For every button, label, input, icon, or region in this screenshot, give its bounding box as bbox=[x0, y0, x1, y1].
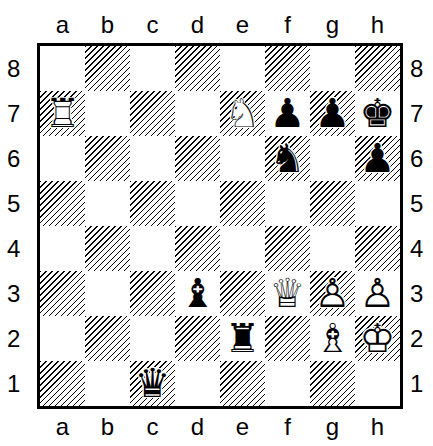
white-king-h2[interactable]: ♚♔ bbox=[355, 316, 400, 361]
square-e8[interactable] bbox=[220, 46, 265, 91]
piece-glyph: ♗ bbox=[310, 316, 355, 361]
piece-glyph: ♘ bbox=[220, 91, 265, 136]
square-g1[interactable] bbox=[310, 361, 355, 406]
white-knight-e7[interactable]: ♞♘ bbox=[220, 91, 265, 136]
rank-label-2-left: 2 bbox=[7, 316, 20, 361]
square-e6[interactable] bbox=[220, 136, 265, 181]
file-label-a-top: a bbox=[40, 13, 85, 37]
square-a3[interactable] bbox=[40, 271, 85, 316]
rank-label-8-right: 8 bbox=[410, 46, 423, 91]
file-label-c-top: c bbox=[130, 13, 175, 37]
square-d5[interactable] bbox=[175, 181, 220, 226]
rank-label-3-right: 3 bbox=[410, 271, 423, 316]
piece-glyph: ♞ bbox=[265, 136, 310, 181]
square-h5[interactable] bbox=[355, 181, 400, 226]
square-d8[interactable] bbox=[175, 46, 220, 91]
black-bishop-d3[interactable]: ♝ bbox=[175, 271, 220, 316]
black-pawn-g7[interactable]: ♟ bbox=[310, 91, 355, 136]
rank-label-8-left: 8 bbox=[7, 46, 20, 91]
rank-labels-left: 87654321 bbox=[0, 43, 37, 409]
black-queen-c1[interactable]: ♛ bbox=[130, 361, 175, 406]
square-h8[interactable] bbox=[355, 46, 400, 91]
square-b4[interactable] bbox=[85, 226, 130, 271]
square-d4[interactable] bbox=[175, 226, 220, 271]
piece-glyph: ♛ bbox=[130, 361, 175, 406]
square-h4[interactable] bbox=[355, 226, 400, 271]
rank-label-7-left: 7 bbox=[7, 91, 20, 136]
piece-glyph: ♕ bbox=[265, 271, 310, 316]
white-pawn-g3[interactable]: ♟♙ bbox=[310, 271, 355, 316]
square-e1[interactable] bbox=[220, 361, 265, 406]
square-f3[interactable]: ♛♕ bbox=[265, 271, 310, 316]
file-label-d-bottom: d bbox=[175, 415, 220, 439]
square-a4[interactable] bbox=[40, 226, 85, 271]
square-g2[interactable]: ♝♗ bbox=[310, 316, 355, 361]
rank-label-4-right: 4 bbox=[410, 226, 423, 271]
white-rook-a7[interactable]: ♜♖ bbox=[40, 91, 85, 136]
file-label-a-bottom: a bbox=[40, 415, 85, 439]
square-g8[interactable] bbox=[310, 46, 355, 91]
file-label-f-bottom: f bbox=[265, 415, 310, 439]
rank-label-6-right: 6 bbox=[410, 136, 423, 181]
square-a1[interactable] bbox=[40, 361, 85, 406]
piece-glyph: ♔ bbox=[355, 316, 400, 361]
square-e5[interactable] bbox=[220, 181, 265, 226]
square-d7[interactable] bbox=[175, 91, 220, 136]
file-label-h-top: h bbox=[355, 13, 400, 37]
square-g6[interactable] bbox=[310, 136, 355, 181]
file-label-g-top: g bbox=[310, 13, 355, 37]
rank-label-5-left: 5 bbox=[7, 181, 20, 226]
square-c3[interactable] bbox=[130, 271, 175, 316]
rank-label-4-left: 4 bbox=[7, 226, 20, 271]
file-label-e-top: e bbox=[220, 13, 265, 37]
square-e7[interactable]: ♞♘ bbox=[220, 91, 265, 136]
square-b1[interactable] bbox=[85, 361, 130, 406]
black-pawn-f7[interactable]: ♟ bbox=[265, 91, 310, 136]
square-g7[interactable]: ♟ bbox=[310, 91, 355, 136]
square-a6[interactable] bbox=[40, 136, 85, 181]
square-d6[interactable] bbox=[175, 136, 220, 181]
square-e4[interactable] bbox=[220, 226, 265, 271]
rank-labels-right: 87654321 bbox=[403, 43, 433, 409]
square-g3[interactable]: ♟♙ bbox=[310, 271, 355, 316]
rank-label-2-right: 2 bbox=[410, 316, 423, 361]
square-b3[interactable] bbox=[85, 271, 130, 316]
white-pawn-h3[interactable]: ♟♙ bbox=[355, 271, 400, 316]
square-c2[interactable] bbox=[130, 316, 175, 361]
piece-glyph: ♙ bbox=[355, 271, 400, 316]
file-label-h-bottom: h bbox=[355, 415, 400, 439]
black-knight-f6[interactable]: ♞ bbox=[265, 136, 310, 181]
square-g4[interactable] bbox=[310, 226, 355, 271]
rank-label-7-right: 7 bbox=[410, 91, 423, 136]
piece-glyph: ♜ bbox=[220, 316, 265, 361]
piece-glyph: ♟ bbox=[310, 91, 355, 136]
square-a7[interactable]: ♜♖ bbox=[40, 91, 85, 136]
chess-diagram: abcdefgh 87654321 ♜♖♞♘♟♟♚♞♟♝♛♕♟♙♟♙♜♝♗♚♔♛… bbox=[0, 0, 433, 446]
black-rook-e2[interactable]: ♜ bbox=[220, 316, 265, 361]
rank-label-5-right: 5 bbox=[410, 181, 423, 226]
file-label-c-bottom: c bbox=[130, 415, 175, 439]
black-pawn-h6[interactable]: ♟ bbox=[355, 136, 400, 181]
square-h3[interactable]: ♟♙ bbox=[355, 271, 400, 316]
piece-glyph: ♚ bbox=[355, 91, 400, 136]
file-label-b-top: b bbox=[85, 13, 130, 37]
square-b6[interactable] bbox=[85, 136, 130, 181]
square-f8[interactable] bbox=[265, 46, 310, 91]
file-label-e-bottom: e bbox=[220, 415, 265, 439]
square-b5[interactable] bbox=[85, 181, 130, 226]
square-e2[interactable]: ♜ bbox=[220, 316, 265, 361]
piece-glyph: ♖ bbox=[40, 91, 85, 136]
piece-glyph: ♟ bbox=[355, 136, 400, 181]
piece-glyph: ♟ bbox=[265, 91, 310, 136]
file-label-g-bottom: g bbox=[310, 415, 355, 439]
square-b2[interactable] bbox=[85, 316, 130, 361]
white-queen-f3[interactable]: ♛♕ bbox=[265, 271, 310, 316]
square-a2[interactable] bbox=[40, 316, 85, 361]
square-a8[interactable] bbox=[40, 46, 85, 91]
square-h6[interactable]: ♟ bbox=[355, 136, 400, 181]
piece-glyph: ♙ bbox=[310, 271, 355, 316]
square-d2[interactable] bbox=[175, 316, 220, 361]
square-f7[interactable]: ♟ bbox=[265, 91, 310, 136]
piece-glyph: ♝ bbox=[175, 271, 220, 316]
file-labels-bottom: abcdefgh bbox=[37, 409, 403, 446]
file-label-f-top: f bbox=[265, 13, 310, 37]
square-h7[interactable]: ♚ bbox=[355, 91, 400, 136]
square-f1[interactable] bbox=[265, 361, 310, 406]
square-d1[interactable] bbox=[175, 361, 220, 406]
chess-board: ♜♖♞♘♟♟♚♞♟♝♛♕♟♙♟♙♜♝♗♚♔♛ bbox=[37, 43, 403, 409]
square-f2[interactable] bbox=[265, 316, 310, 361]
square-f6[interactable]: ♞ bbox=[265, 136, 310, 181]
square-g5[interactable] bbox=[310, 181, 355, 226]
file-labels-top: abcdefgh bbox=[37, 0, 403, 43]
square-d3[interactable]: ♝ bbox=[175, 271, 220, 316]
square-c5[interactable] bbox=[130, 181, 175, 226]
square-c1[interactable]: ♛ bbox=[130, 361, 175, 406]
black-king-h7[interactable]: ♚ bbox=[355, 91, 400, 136]
file-label-d-top: d bbox=[175, 13, 220, 37]
square-c8[interactable] bbox=[130, 46, 175, 91]
white-bishop-g2[interactable]: ♝♗ bbox=[310, 316, 355, 361]
square-h1[interactable] bbox=[355, 361, 400, 406]
file-label-b-bottom: b bbox=[85, 415, 130, 439]
square-f4[interactable] bbox=[265, 226, 310, 271]
rank-label-1-right: 1 bbox=[410, 361, 423, 406]
square-f5[interactable] bbox=[265, 181, 310, 226]
square-h2[interactable]: ♚♔ bbox=[355, 316, 400, 361]
square-c7[interactable] bbox=[130, 91, 175, 136]
square-c4[interactable] bbox=[130, 226, 175, 271]
square-a5[interactable] bbox=[40, 181, 85, 226]
square-b7[interactable] bbox=[85, 91, 130, 136]
square-c6[interactable] bbox=[130, 136, 175, 181]
square-e3[interactable] bbox=[220, 271, 265, 316]
square-b8[interactable] bbox=[85, 46, 130, 91]
rank-label-6-left: 6 bbox=[7, 136, 20, 181]
rank-label-3-left: 3 bbox=[7, 271, 20, 316]
rank-label-1-left: 1 bbox=[7, 361, 20, 406]
